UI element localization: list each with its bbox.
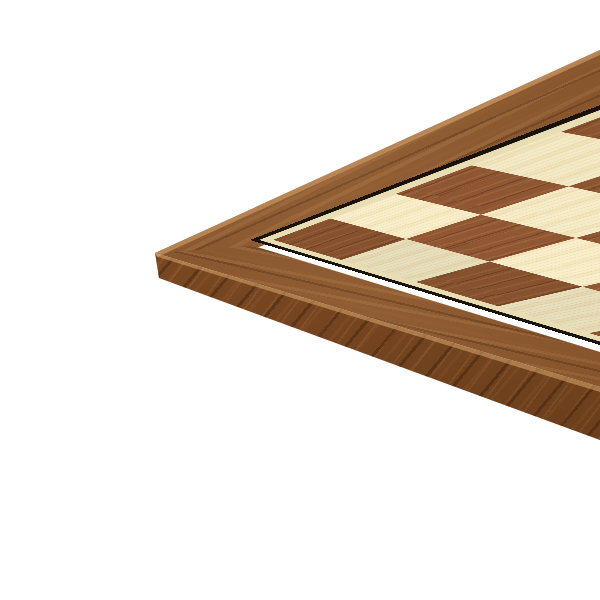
photo-stage <box>0 0 600 600</box>
